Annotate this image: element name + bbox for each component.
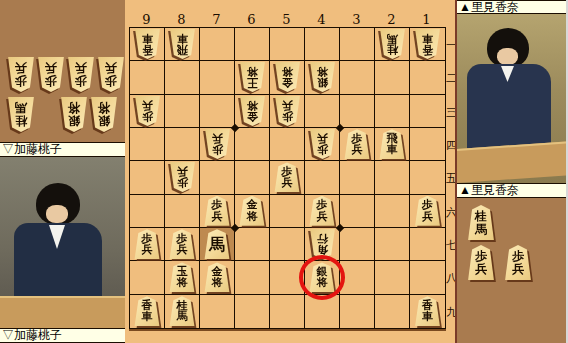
square-9一: 香車 (130, 28, 165, 61)
square-2八 (375, 261, 410, 294)
square-2七 (375, 228, 410, 261)
photo-board-edge (0, 296, 125, 328)
sente-piece-香車: 香車 (134, 296, 161, 326)
sente-name-label-top: ▲里見香奈 (459, 0, 519, 14)
sente-name-caption-top: ▲里見香奈 (457, 0, 566, 14)
square-1八 (410, 261, 445, 294)
square-7二 (200, 61, 235, 94)
gote-name-caption-bottom: ▽加藤桃子 (0, 328, 125, 343)
square-8七: 歩兵 (165, 228, 200, 261)
gote-piece-歩兵: 歩兵 (67, 57, 95, 92)
gote-piece-歩兵: 歩兵 (204, 129, 231, 159)
gote-piece-飛車: 飛車 (169, 29, 196, 59)
square-8三 (165, 95, 200, 128)
gote-name-label-bottom: ▽加藤桃子 (2, 328, 62, 342)
square-5三: 歩兵 (270, 95, 305, 128)
gote-piece-歩兵: 歩兵 (7, 57, 35, 92)
sente-piece-金将: 金将 (204, 262, 231, 292)
square-4一 (305, 28, 340, 61)
square-5五: 歩兵 (270, 161, 305, 194)
sente-piece-歩兵: 歩兵 (414, 196, 441, 226)
square-1七 (410, 228, 445, 261)
square-5九 (270, 295, 305, 328)
square-2九 (375, 295, 410, 328)
square-5四 (270, 128, 305, 161)
square-6五 (235, 161, 270, 194)
gote-piece-桂馬: 桂馬 (7, 97, 35, 132)
photo-face (46, 205, 68, 223)
square-9八 (130, 261, 165, 294)
square-5八 (270, 261, 305, 294)
square-7三 (200, 95, 235, 128)
square-7一 (200, 28, 235, 61)
board-grid: 香車飛車桂馬香車王将金将銀将歩兵金将歩兵歩兵歩兵歩兵飛車歩兵歩兵歩兵金将歩兵歩兵… (129, 27, 446, 329)
gote-name-label: ▽加藤桃子 (2, 142, 62, 156)
square-4六: 歩兵 (305, 195, 340, 228)
square-6七 (235, 228, 270, 261)
square-4八: 銀将 (305, 261, 340, 294)
gote-piece-歩兵: 歩兵 (37, 57, 65, 92)
sente-piece-歩兵: 歩兵 (309, 196, 336, 226)
square-4三 (305, 95, 340, 128)
square-1六: 歩兵 (410, 195, 445, 228)
square-3五 (340, 161, 375, 194)
square-3七 (340, 228, 375, 261)
square-3六 (340, 195, 375, 228)
square-9九: 香車 (130, 295, 165, 328)
square-3四: 歩兵 (340, 128, 375, 161)
square-7七: 馬 (200, 228, 235, 261)
square-1一: 香車 (410, 28, 445, 61)
file-labels: 987654321 (129, 0, 455, 27)
square-8四 (165, 128, 200, 161)
sente-piece-香車: 香車 (414, 296, 441, 326)
square-5七 (270, 228, 305, 261)
gote-name-caption: ▽加藤桃子 (0, 142, 125, 157)
square-8一: 飛車 (165, 28, 200, 61)
gote-piece-歩兵: 歩兵 (309, 129, 336, 159)
square-4九 (305, 295, 340, 328)
sente-piece-歩兵: 歩兵 (204, 196, 231, 226)
gote-piece-角行: 角行 (309, 229, 336, 259)
gote-piece-金将: 金将 (274, 62, 301, 92)
square-6二: 王将 (235, 61, 270, 94)
gote-panel: 歩兵歩兵歩兵歩兵桂馬銀将銀将 ▽加藤桃子 ▽加藤桃子 (0, 0, 125, 343)
square-9四 (130, 128, 165, 161)
photo-face (497, 48, 518, 65)
square-6一 (235, 28, 270, 61)
sente-piece-桂馬: 桂馬 (467, 205, 495, 240)
file-label-7: 7 (199, 13, 234, 27)
file-label-1: 1 (409, 13, 444, 27)
square-5一 (270, 28, 305, 61)
photo-satomi-kana (457, 14, 566, 183)
sente-piece-歩兵: 歩兵 (169, 229, 196, 259)
square-7六: 歩兵 (200, 195, 235, 228)
square-2一: 桂馬 (375, 28, 410, 61)
sente-piece-金将: 金将 (239, 196, 266, 226)
square-7四: 歩兵 (200, 128, 235, 161)
gote-piece-歩兵: 歩兵 (134, 96, 161, 126)
square-5二: 金将 (270, 61, 305, 94)
square-4二: 銀将 (305, 61, 340, 94)
gote-piece-銀将: 銀将 (309, 62, 336, 92)
square-8六 (165, 195, 200, 228)
sente-piece-飛車: 飛車 (379, 129, 406, 159)
square-2三 (375, 95, 410, 128)
square-1二 (410, 61, 445, 94)
file-label-9: 9 (129, 13, 164, 27)
sente-captured-tray: 桂馬歩兵歩兵 (457, 198, 566, 343)
square-8五: 歩兵 (165, 161, 200, 194)
file-label-2: 2 (374, 13, 409, 27)
square-3二 (340, 61, 375, 94)
gote-piece-香車: 香車 (414, 29, 441, 59)
square-6三: 金将 (235, 95, 270, 128)
gote-piece-歩兵: 歩兵 (97, 57, 125, 92)
square-9五 (130, 161, 165, 194)
sente-piece-桂馬: 桂馬 (169, 296, 196, 326)
square-3三 (340, 95, 375, 128)
square-2四: 飛車 (375, 128, 410, 161)
square-8八: 玉将 (165, 261, 200, 294)
file-label-4: 4 (304, 13, 339, 27)
sente-name-label: ▲里見香奈 (459, 183, 519, 197)
square-9七: 歩兵 (130, 228, 165, 261)
board-area: 987654321 香車飛車桂馬香車王将金将銀将歩兵金将歩兵歩兵歩兵歩兵飛車歩兵… (125, 0, 455, 343)
sente-piece-歩兵: 歩兵 (467, 245, 495, 280)
square-5六 (270, 195, 305, 228)
square-1九: 香車 (410, 295, 445, 328)
square-8九: 桂馬 (165, 295, 200, 328)
gote-piece-香車: 香車 (134, 29, 161, 59)
square-2二 (375, 61, 410, 94)
square-2五 (375, 161, 410, 194)
square-7五 (200, 161, 235, 194)
square-2六 (375, 195, 410, 228)
sente-piece-歩兵: 歩兵 (134, 229, 161, 259)
square-4四: 歩兵 (305, 128, 340, 161)
gote-piece-銀将: 銀将 (60, 97, 88, 132)
square-6四 (235, 128, 270, 161)
sente-piece-玉将: 玉将 (169, 262, 196, 292)
sente-piece-馬: 馬 (204, 229, 231, 259)
square-9六 (130, 195, 165, 228)
square-6八 (235, 261, 270, 294)
gote-piece-桂馬: 桂馬 (379, 29, 406, 59)
square-4五 (305, 161, 340, 194)
square-6六: 金将 (235, 195, 270, 228)
sente-name-caption: ▲里見香奈 (457, 183, 566, 198)
photo-kato-momoko (0, 157, 125, 328)
square-1三 (410, 95, 445, 128)
square-3八 (340, 261, 375, 294)
sente-piece-銀将: 銀将 (309, 262, 336, 292)
square-9三: 歩兵 (130, 95, 165, 128)
gote-captured-tray: 歩兵歩兵歩兵歩兵桂馬銀将銀将 (0, 0, 125, 142)
shogi-kifu-viewer: 歩兵歩兵歩兵歩兵桂馬銀将銀将 ▽加藤桃子 ▽加藤桃子 987654321 香車飛… (0, 0, 568, 343)
square-1四 (410, 128, 445, 161)
gote-piece-銀将: 銀将 (90, 97, 118, 132)
board-wrap: 香車飛車桂馬香車王将金将銀将歩兵金将歩兵歩兵歩兵歩兵飛車歩兵歩兵歩兵金将歩兵歩兵… (129, 27, 455, 329)
gote-piece-王将: 王将 (239, 62, 266, 92)
square-3一 (340, 28, 375, 61)
gote-piece-歩兵: 歩兵 (274, 96, 301, 126)
file-label-5: 5 (269, 13, 304, 27)
file-label-3: 3 (339, 13, 374, 27)
gote-piece-金将: 金将 (239, 96, 266, 126)
square-8二 (165, 61, 200, 94)
square-4七: 角行 (305, 228, 340, 261)
file-label-8: 8 (164, 13, 199, 27)
sente-piece-歩兵: 歩兵 (344, 129, 371, 159)
square-7八: 金将 (200, 261, 235, 294)
square-3九 (340, 295, 375, 328)
file-label-6: 6 (234, 13, 269, 27)
sente-piece-歩兵: 歩兵 (274, 162, 301, 192)
sente-piece-歩兵: 歩兵 (504, 245, 532, 280)
gote-piece-歩兵: 歩兵 (169, 162, 196, 192)
square-1五 (410, 161, 445, 194)
sente-panel: ▲里見香奈 ▲里見香奈 桂馬歩兵歩兵 (455, 0, 566, 343)
square-9二 (130, 61, 165, 94)
square-6九 (235, 295, 270, 328)
square-7九 (200, 295, 235, 328)
